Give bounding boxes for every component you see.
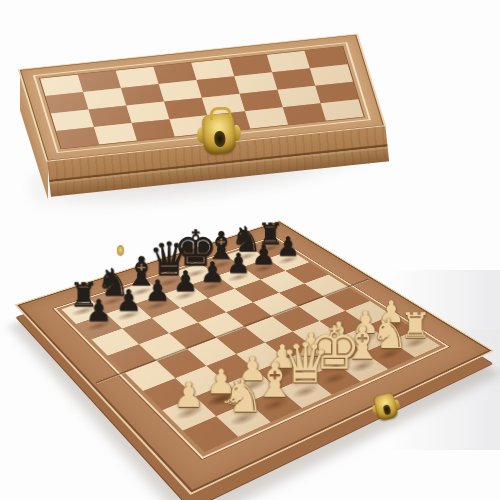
board-surface: ♜♞♝♛♚♝♞♜♟♟♟♟♟♟♟♟♟♟♟♟♟♟♟♟♜♞♝♛♚♝♞♜ [17, 221, 491, 492]
box-square [283, 103, 326, 125]
box-square [132, 119, 175, 141]
box-square [56, 127, 99, 149]
hinge-hook-icon [117, 245, 124, 255]
box-square [245, 107, 288, 129]
box-square [321, 99, 364, 121]
clasp-hook [209, 106, 232, 121]
chess-set-product-photo: ♜♞♝♛♚♝♞♜♟♟♟♟♟♟♟♟♟♟♟♟♟♟♟♟♜♞♝♛♚♝♞♜ [0, 0, 500, 500]
pieces-layer: ♜♞♝♛♚♝♞♜♟♟♟♟♟♟♟♟♟♟♟♟♟♟♟♟♜♞♝♛♚♝♞♜ [17, 221, 491, 492]
box-gold-clasp-icon [202, 113, 237, 155]
box-square [94, 123, 137, 145]
clasp-hole [213, 130, 225, 147]
